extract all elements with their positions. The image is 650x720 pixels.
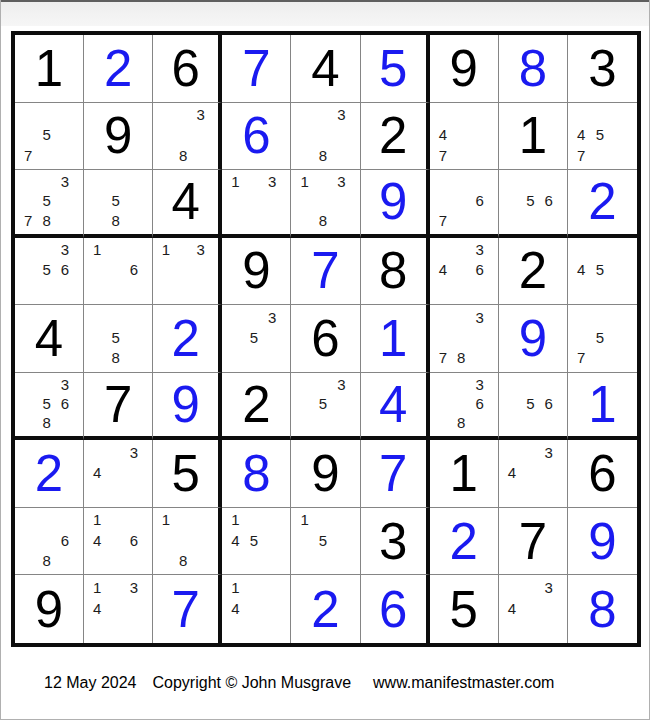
pencil-mark: 5 [314,394,332,413]
pencil-mark: 6 [540,191,558,210]
big-digit: 9 [499,305,567,372]
pencil-mark: 5 [591,260,610,280]
pencil-mark: 8 [106,348,124,368]
cell-r6c4[interactable]: 2 [222,373,291,441]
cell-r2c5[interactable]: 38 [291,103,360,171]
pencil-mark: 4 [88,530,106,550]
pencil-mark: 6 [56,260,74,280]
pencil-mark: 3 [470,240,488,260]
big-digit: 4 [361,373,426,437]
cell-r4c6[interactable]: 8 [361,238,430,306]
big-digit: 2 [153,305,218,372]
pencil-mark: 4 [503,463,521,483]
cell-r5c1[interactable]: 4 [15,305,84,373]
cell-r9c2[interactable]: 134 [84,575,153,643]
pencil-marks: 16 [88,240,143,301]
pencil-mark: 5 [521,191,539,210]
pencil-mark: 1 [226,510,244,530]
pencil-mark: 3 [125,577,143,598]
cell-r5c7[interactable]: 378 [430,305,499,373]
big-digit: 9 [361,170,426,234]
cell-r6c8[interactable]: 56 [499,373,568,441]
pencil-marks: 18 [157,510,209,571]
big-digit: 2 [499,238,567,305]
pencil-mark: 7 [434,210,452,229]
big-digit: 1 [568,373,637,437]
big-digit: 1 [499,103,567,170]
big-digit: 7 [222,35,290,102]
cell-r1c9[interactable]: 3 [568,35,637,103]
footer: 12 May 2024Copyright © John Musgravewww.… [44,674,554,692]
cell-r3c8[interactable]: 56 [499,170,568,238]
pencil-mark: 1 [88,510,106,530]
cell-r4c8[interactable]: 2 [499,238,568,306]
cell-r7c3[interactable]: 5 [153,440,222,508]
cell-r1c4[interactable]: 7 [222,35,291,103]
big-digit: 7 [291,238,359,305]
pencil-mark: 3 [263,307,281,327]
big-digit: 6 [222,103,290,170]
pencil-marks: 138 [295,172,350,230]
footer-website-link[interactable]: www.manifestmaster.com [373,674,554,691]
pencil-marks: 34 [88,442,143,503]
pencil-marks: 13 [157,240,209,301]
cell-r3c4[interactable]: 13 [222,170,291,238]
cell-r4c7[interactable]: 346 [430,238,499,306]
pencil-mark: 8 [175,550,192,570]
pencil-mark: 3 [332,105,350,125]
big-digit: 5 [153,440,218,507]
cell-r5c9[interactable]: 57 [568,305,637,373]
big-digit: 7 [84,373,152,437]
big-digit: 7 [153,575,218,643]
cell-r9c1[interactable]: 9 [15,575,84,643]
cell-r6c6[interactable]: 4 [361,373,430,441]
big-digit: 8 [222,440,290,507]
pencil-mark: 1 [226,172,244,191]
pencil-mark: 4 [226,598,244,619]
pencil-mark: 3 [332,375,350,394]
cell-r9c4[interactable]: 14 [222,575,291,643]
pencil-mark: 1 [157,240,174,260]
cell-r9c8[interactable]: 34 [499,575,568,643]
cell-r7c6[interactable]: 7 [361,440,430,508]
cell-r2c7[interactable]: 47 [430,103,499,171]
cell-r6c9[interactable]: 1 [568,373,637,441]
big-digit: 9 [222,238,290,305]
pencil-marks: 145 [226,510,281,571]
cell-r1c3[interactable]: 6 [153,35,222,103]
pencil-mark: 4 [88,598,106,619]
big-digit: 4 [15,305,83,372]
cell-r3c9[interactable]: 2 [568,170,637,238]
cell-r7c7[interactable]: 1 [430,440,499,508]
pencil-mark: 5 [245,327,263,347]
pencil-mark: 8 [106,210,124,229]
cell-r4c3[interactable]: 13 [153,238,222,306]
pencil-mark: 3 [192,105,209,125]
pencil-mark: 7 [19,145,37,165]
pencil-mark: 3 [192,240,209,260]
big-digit: 8 [361,238,426,305]
pencil-mark: 3 [470,307,488,327]
pencil-marks: 38 [295,105,350,166]
cell-r4c4[interactable]: 9 [222,238,291,306]
pencil-marks: 47 [434,105,489,166]
pencil-mark: 6 [470,191,488,210]
cell-r3c2[interactable]: 58 [84,170,153,238]
big-digit: 9 [84,103,152,170]
pencil-mark: 7 [19,210,37,229]
big-digit: 6 [153,35,218,102]
cell-r6c3[interactable]: 9 [153,373,222,441]
cell-r7c4[interactable]: 8 [222,440,291,508]
pencil-marks: 35 [226,307,281,368]
pencil-marks: 3568 [19,375,74,433]
pencil-mark: 3 [263,172,281,191]
cell-r5c5[interactable]: 6 [291,305,360,373]
big-digit: 6 [568,440,637,507]
big-digit: 9 [291,440,359,507]
cell-r1c1[interactable]: 1 [15,35,84,103]
pencil-mark: 5 [106,191,124,210]
pencil-mark: 3 [540,442,558,462]
pencil-marks: 368 [434,375,489,433]
pencil-mark: 4 [572,260,591,280]
cell-r8c6[interactable]: 3 [361,508,430,576]
pencil-mark: 3 [540,577,558,598]
big-digit: 2 [15,440,83,507]
pencil-mark: 8 [452,348,470,368]
footer-copyright: Copyright © John Musgrave [153,674,352,691]
pencil-mark: 1 [88,240,106,260]
cell-r5c8[interactable]: 9 [499,305,568,373]
pencil-mark: 5 [37,191,55,210]
pencil-mark: 1 [157,510,174,530]
cell-r9c6[interactable]: 6 [361,575,430,643]
pencil-marks: 15 [295,510,350,571]
pencil-mark: 3 [332,172,350,191]
cell-r8c5[interactable]: 15 [291,508,360,576]
pencil-mark: 7 [572,145,591,165]
pencil-mark: 4 [226,530,244,550]
pencil-mark: 1 [226,577,244,598]
pencil-mark: 5 [106,327,124,347]
pencil-mark: 5 [314,530,332,550]
cell-r2c6[interactable]: 2 [361,103,430,171]
cell-r4c9[interactable]: 45 [568,238,637,306]
pencil-mark: 8 [452,413,470,432]
pencil-marks: 56 [503,172,558,230]
pencil-mark: 3 [125,442,143,462]
cell-r6c1[interactable]: 3568 [15,373,84,441]
pencil-marks: 57 [19,105,74,166]
big-digit: 9 [568,508,637,575]
pencil-marks: 346 [434,240,489,301]
pencil-marks: 67 [434,172,489,230]
pencil-mark: 3 [470,375,488,394]
big-digit: 1 [430,440,498,507]
pencil-marks: 13 [226,172,281,230]
big-digit: 1 [15,35,83,102]
cell-r7c1[interactable]: 2 [15,440,84,508]
pencil-mark: 4 [503,598,521,619]
pencil-marks: 146 [88,510,143,571]
pencil-marks: 45 [572,240,628,301]
pencil-marks: 14 [226,577,281,639]
big-digit: 7 [361,440,426,507]
big-digit: 4 [153,170,218,234]
big-digit: 2 [361,103,426,170]
pencil-marks: 378 [434,307,489,368]
cell-r8c9[interactable]: 9 [568,508,637,576]
cell-r2c9[interactable]: 457 [568,103,637,171]
pencil-mark: 3 [56,375,74,394]
pencil-mark: 5 [37,260,55,280]
pencil-mark: 5 [37,394,55,413]
pencil-mark: 8 [314,210,332,229]
cell-r4c5[interactable]: 7 [291,238,360,306]
pencil-mark: 5 [37,125,55,145]
cell-r9c5[interactable]: 2 [291,575,360,643]
cell-r2c3[interactable]: 38 [153,103,222,171]
cell-r5c4[interactable]: 35 [222,305,291,373]
pencil-marks: 34 [503,577,558,639]
window-top-bar [1,0,649,26]
cell-r8c8[interactable]: 7 [499,508,568,576]
cell-r9c3[interactable]: 7 [153,575,222,643]
cell-r4c1[interactable]: 356 [15,238,84,306]
pencil-mark: 1 [295,510,313,530]
pencil-mark: 5 [591,125,610,145]
cell-r2c8[interactable]: 1 [499,103,568,171]
pencil-mark: 7 [572,348,591,368]
sudoku-board: 1267459835793863824714573578584131389675… [11,31,641,647]
pencil-mark: 8 [175,145,192,165]
pencil-marks: 58 [88,172,143,230]
pencil-mark: 6 [125,260,143,280]
big-digit: 2 [568,170,637,234]
pencil-marks: 34 [503,442,558,503]
pencil-mark: 6 [56,530,74,550]
pencil-mark: 6 [470,394,488,413]
cell-r8c2[interactable]: 146 [84,508,153,576]
pencil-marks: 68 [19,510,74,571]
cell-r5c3[interactable]: 2 [153,305,222,373]
big-digit: 5 [361,35,426,102]
pencil-marks: 35 [295,375,350,433]
cell-r6c5[interactable]: 35 [291,373,360,441]
pencil-mark: 7 [434,145,452,165]
pencil-mark: 5 [591,327,610,347]
pencil-marks: 38 [157,105,209,166]
cell-r7c9[interactable]: 6 [568,440,637,508]
cell-r3c3[interactable]: 4 [153,170,222,238]
cell-r2c4[interactable]: 6 [222,103,291,171]
big-digit: 6 [361,575,426,643]
big-digit: 2 [291,575,359,643]
cell-r3c1[interactable]: 3578 [15,170,84,238]
cell-r4c2[interactable]: 16 [84,238,153,306]
big-digit: 3 [568,35,637,102]
cell-r6c7[interactable]: 368 [430,373,499,441]
cell-r1c2[interactable]: 2 [84,35,153,103]
cell-r5c2[interactable]: 58 [84,305,153,373]
cell-r8c1[interactable]: 68 [15,508,84,576]
pencil-mark: 5 [245,530,263,550]
big-digit: 9 [430,35,498,102]
cell-r1c5[interactable]: 4 [291,35,360,103]
pencil-mark: 1 [295,172,313,191]
big-digit: 2 [84,35,152,102]
big-digit: 7 [499,508,567,575]
pencil-mark: 4 [572,125,591,145]
pencil-mark: 8 [314,145,332,165]
cell-r7c8[interactable]: 34 [499,440,568,508]
big-digit: 8 [568,575,637,643]
cell-r3c6[interactable]: 9 [361,170,430,238]
cell-r3c7[interactable]: 67 [430,170,499,238]
big-digit: 8 [499,35,567,102]
cell-r2c1[interactable]: 57 [15,103,84,171]
pencil-mark: 8 [37,550,55,570]
big-digit: 4 [291,35,359,102]
page: { "game": "sudoku", "position": "1267459… [0,0,650,720]
big-digit: 5 [430,575,498,643]
cell-r8c3[interactable]: 18 [153,508,222,576]
cell-r6c2[interactable]: 7 [84,373,153,441]
pencil-mark: 8 [37,210,55,229]
pencil-mark: 6 [470,260,488,280]
big-digit: 9 [15,575,83,643]
cell-r8c7[interactable]: 2 [430,508,499,576]
pencil-mark: 8 [37,413,55,432]
cell-r3c5[interactable]: 138 [291,170,360,238]
pencil-marks: 56 [503,375,558,433]
big-digit: 2 [222,373,290,437]
pencil-marks: 356 [19,240,74,301]
cell-r5c6[interactable]: 1 [361,305,430,373]
pencil-mark: 4 [434,125,452,145]
big-digit: 2 [430,508,498,575]
pencil-mark: 6 [540,394,558,413]
footer-date: 12 May 2024 [44,674,137,691]
cell-r9c9[interactable]: 8 [568,575,637,643]
cell-r9c7[interactable]: 5 [430,575,499,643]
pencil-mark: 3 [56,240,74,260]
pencil-marks: 58 [88,307,143,368]
pencil-marks: 57 [572,307,628,368]
cell-r7c5[interactable]: 9 [291,440,360,508]
pencil-marks: 457 [572,105,628,166]
pencil-mark: 5 [521,394,539,413]
cell-r8c4[interactable]: 145 [222,508,291,576]
pencil-mark: 4 [434,260,452,280]
pencil-mark: 3 [56,172,74,191]
big-digit: 6 [291,305,359,372]
pencil-mark: 6 [56,394,74,413]
pencil-mark: 6 [125,530,143,550]
cell-r1c7[interactable]: 9 [430,35,499,103]
cell-r1c8[interactable]: 8 [499,35,568,103]
pencil-marks: 3578 [19,172,74,230]
big-digit: 3 [361,508,426,575]
pencil-mark: 1 [88,577,106,598]
pencil-marks: 134 [88,577,143,639]
cell-r2c2[interactable]: 9 [84,103,153,171]
pencil-mark: 4 [88,463,106,483]
big-digit: 1 [361,305,426,372]
pencil-mark: 7 [434,348,452,368]
cell-r1c6[interactable]: 5 [361,35,430,103]
big-digit: 9 [153,373,218,437]
cell-r7c2[interactable]: 34 [84,440,153,508]
